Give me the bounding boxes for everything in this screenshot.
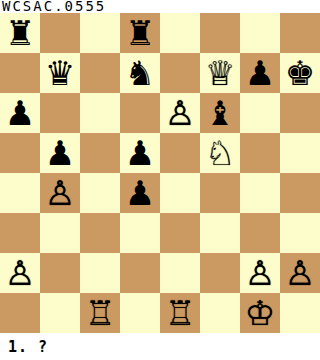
square-d6[interactable] [120,93,160,133]
piece-black-pawn: ♟ [45,133,75,173]
square-c7[interactable] [80,53,120,93]
square-e8[interactable] [160,13,200,53]
square-g5[interactable] [240,133,280,173]
square-b4[interactable]: ♙ [40,173,80,213]
square-a7[interactable] [0,53,40,93]
square-e2[interactable] [160,253,200,293]
square-a3[interactable] [0,213,40,253]
window-title: WCSAC.0555 [0,0,320,13]
square-d7[interactable]: ♞ [120,53,160,93]
square-d8[interactable]: ♜ [120,13,160,53]
piece-white-pawn: ♙ [165,93,195,133]
square-e3[interactable] [160,213,200,253]
square-a4[interactable] [0,173,40,213]
square-c5[interactable] [80,133,120,173]
square-g3[interactable] [240,213,280,253]
piece-black-bishop: ♝ [205,93,235,133]
square-b1[interactable] [40,293,80,333]
piece-black-pawn: ♟ [125,173,155,213]
square-a1[interactable] [0,293,40,333]
piece-black-king: ♚ [285,53,315,93]
square-c1[interactable]: ♖ [80,293,120,333]
square-e1[interactable]: ♖ [160,293,200,333]
square-g1[interactable]: ♔ [240,293,280,333]
piece-black-pawn: ♟ [125,133,155,173]
piece-white-rook: ♖ [85,293,115,333]
square-f4[interactable] [200,173,240,213]
square-h7[interactable]: ♚ [280,53,320,93]
square-a5[interactable] [0,133,40,173]
square-d5[interactable]: ♟ [120,133,160,173]
square-h1[interactable] [280,293,320,333]
square-g6[interactable] [240,93,280,133]
piece-black-pawn: ♟ [245,53,275,93]
piece-black-knight: ♞ [125,53,155,93]
square-b3[interactable] [40,213,80,253]
piece-black-rook: ♜ [5,13,35,53]
square-a2[interactable]: ♙ [0,253,40,293]
square-f3[interactable] [200,213,240,253]
square-c2[interactable] [80,253,120,293]
square-h6[interactable] [280,93,320,133]
square-b6[interactable] [40,93,80,133]
square-f7[interactable]: ♕ [200,53,240,93]
square-e4[interactable] [160,173,200,213]
piece-white-pawn: ♙ [285,253,315,293]
piece-black-pawn: ♟ [5,93,35,133]
square-h4[interactable] [280,173,320,213]
piece-white-pawn: ♙ [45,173,75,213]
square-d1[interactable] [120,293,160,333]
square-b2[interactable] [40,253,80,293]
square-d4[interactable]: ♟ [120,173,160,213]
square-b5[interactable]: ♟ [40,133,80,173]
square-g4[interactable] [240,173,280,213]
square-e5[interactable] [160,133,200,173]
square-e7[interactable] [160,53,200,93]
square-g7[interactable]: ♟ [240,53,280,93]
square-f1[interactable] [200,293,240,333]
square-d2[interactable] [120,253,160,293]
square-f5[interactable]: ♘ [200,133,240,173]
piece-black-rook: ♜ [125,13,155,53]
piece-white-pawn: ♙ [245,253,275,293]
square-f6[interactable]: ♝ [200,93,240,133]
square-h8[interactable] [280,13,320,53]
square-c4[interactable] [80,173,120,213]
square-a8[interactable]: ♜ [0,13,40,53]
chess-board: ♜♜♛♞♕♟♚♟♙♝♟♟♘♙♟♙♙♙♖♖♔ [0,13,320,333]
square-f2[interactable] [200,253,240,293]
piece-white-queen: ♕ [205,53,235,93]
square-b7[interactable]: ♛ [40,53,80,93]
square-e6[interactable]: ♙ [160,93,200,133]
square-g8[interactable] [240,13,280,53]
square-c8[interactable] [80,13,120,53]
piece-white-king: ♔ [245,293,275,333]
piece-white-pawn: ♙ [5,253,35,293]
square-g2[interactable]: ♙ [240,253,280,293]
square-h3[interactable] [280,213,320,253]
piece-white-knight: ♘ [205,133,235,173]
square-a6[interactable]: ♟ [0,93,40,133]
piece-white-rook: ♖ [165,293,195,333]
square-b8[interactable] [40,13,80,53]
square-c3[interactable] [80,213,120,253]
square-h2[interactable]: ♙ [280,253,320,293]
square-d3[interactable] [120,213,160,253]
square-f8[interactable] [200,13,240,53]
move-prompt: 1. ? [0,333,320,360]
square-h5[interactable] [280,133,320,173]
square-c6[interactable] [80,93,120,133]
piece-black-queen: ♛ [45,53,75,93]
